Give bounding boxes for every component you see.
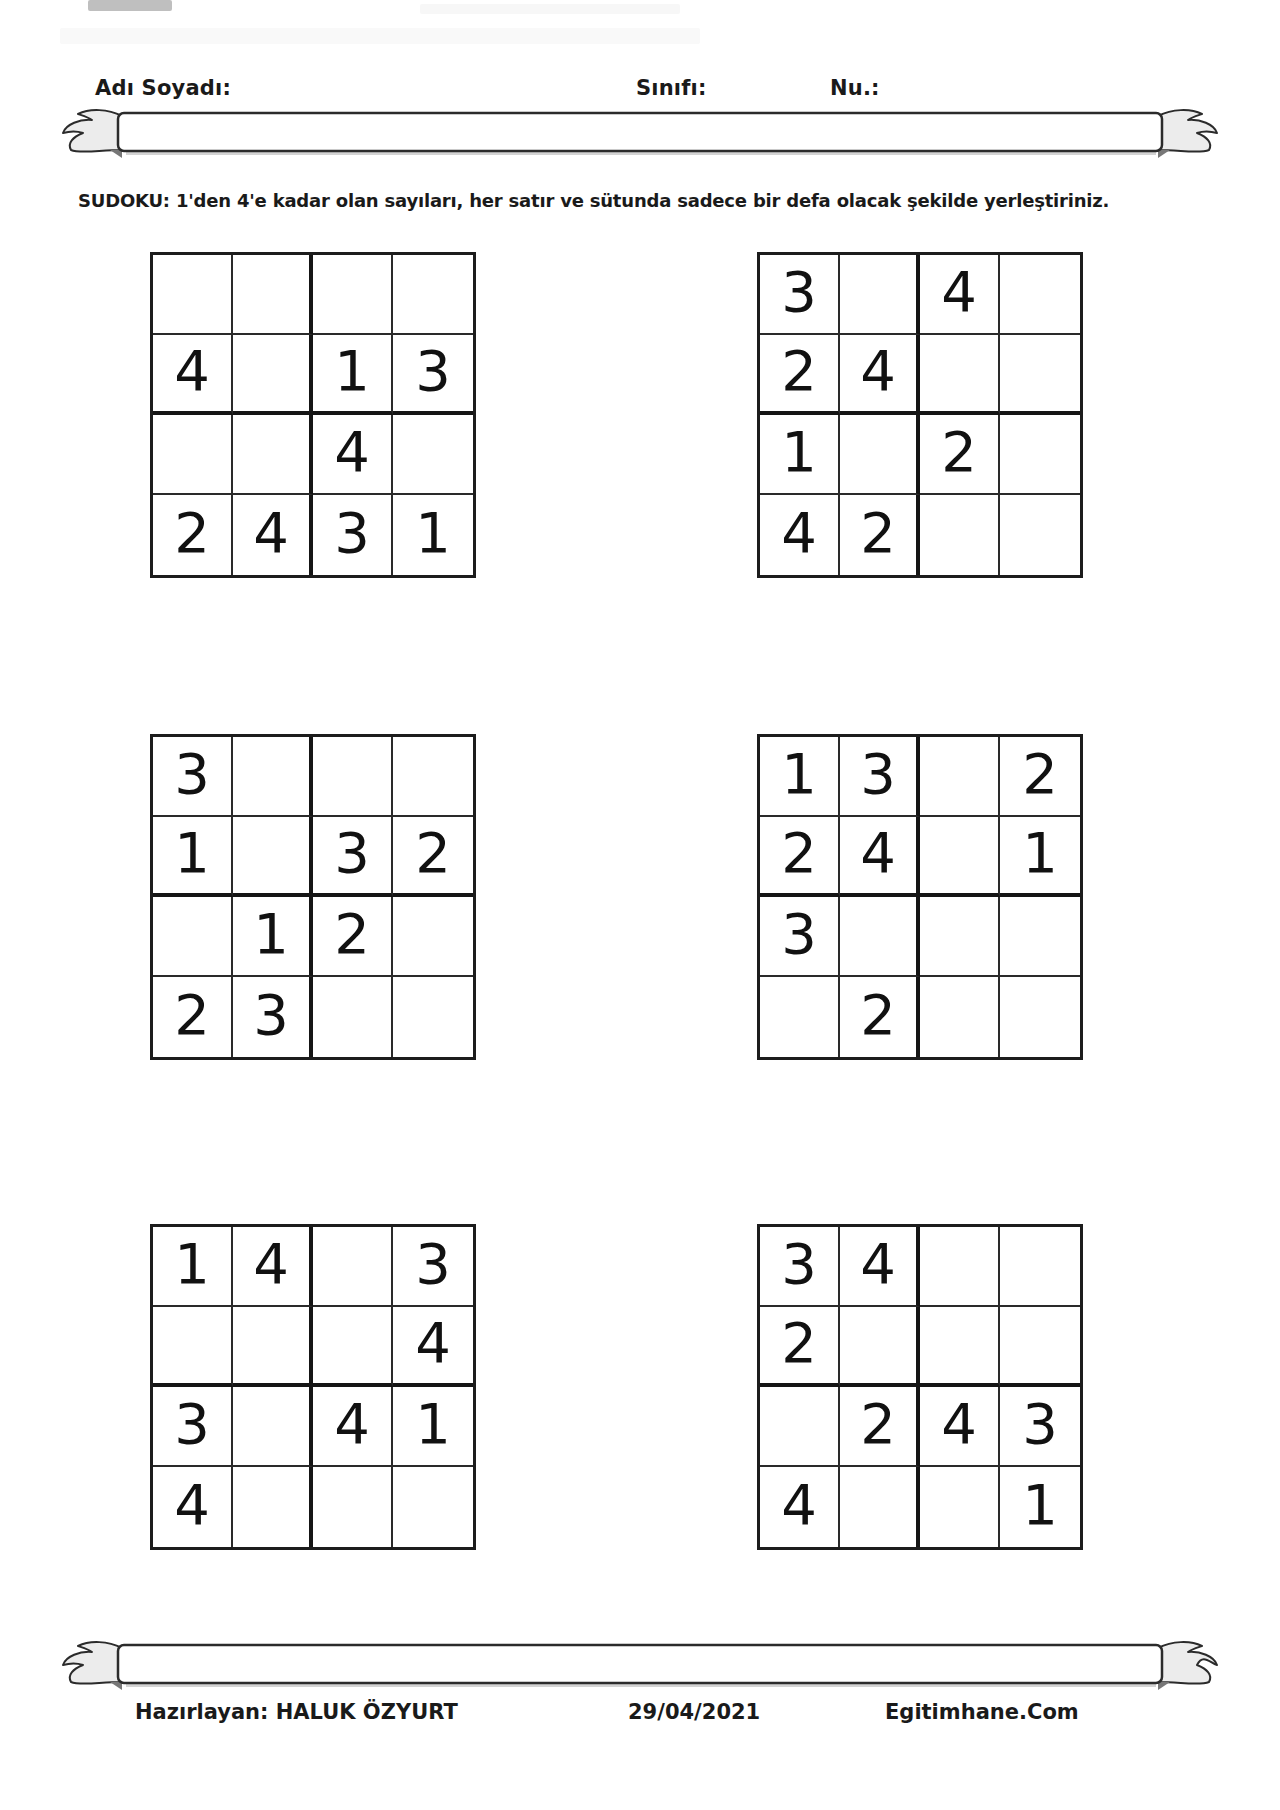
- puzzle-4-cell-r4c3-empty[interactable]: [920, 977, 1000, 1057]
- sudoku-grid-5: 14343414: [150, 1224, 476, 1550]
- scan-artifact: [420, 4, 680, 14]
- scan-artifact: [60, 28, 700, 44]
- ribbon-left-curl: [63, 1642, 122, 1690]
- puzzle-5-cell-r4c1-given: 4: [153, 1467, 233, 1547]
- puzzle-3-cell-r2c2-empty[interactable]: [233, 817, 313, 897]
- sudoku-grid-2: 34241242: [757, 252, 1083, 578]
- puzzle-5-cell-r3c3-given: 4: [313, 1387, 393, 1467]
- puzzle-2-cell-r2c4-empty[interactable]: [1000, 335, 1080, 415]
- puzzle-4-cell-r4c2-given: 2: [840, 977, 920, 1057]
- puzzle-1-cell-r3c1-empty[interactable]: [153, 415, 233, 495]
- number-label: Nu.:: [830, 76, 880, 100]
- sudoku-grid-6: 34224341: [757, 1224, 1083, 1550]
- puzzle-3-cell-r1c4-empty[interactable]: [393, 737, 473, 817]
- scan-artifact: [88, 0, 172, 11]
- puzzle-1-cell-r4c2-given: 4: [233, 495, 313, 575]
- puzzle-1-cell-r4c3-given: 3: [313, 495, 393, 575]
- sudoku-grid-1: 41342431: [150, 252, 476, 578]
- puzzle-6-cell-r1c2-given: 4: [840, 1227, 920, 1307]
- puzzle-2-cell-r1c2-empty[interactable]: [840, 255, 920, 335]
- puzzle-6-cell-r3c3-given: 4: [920, 1387, 1000, 1467]
- puzzle-4-cell-r3c3-empty[interactable]: [920, 897, 1000, 977]
- puzzle-6-cell-r1c1-given: 3: [760, 1227, 840, 1307]
- puzzle-1-cell-r3c2-empty[interactable]: [233, 415, 313, 495]
- puzzle-2-cell-r1c3-given: 4: [920, 255, 1000, 335]
- puzzle-6-cell-r4c4-given: 1: [1000, 1467, 1080, 1547]
- puzzle-3-cell-r1c3-empty[interactable]: [313, 737, 393, 817]
- puzzle-6-cell-r1c3-empty[interactable]: [920, 1227, 1000, 1307]
- puzzle-4-cell-r3c1-given: 3: [760, 897, 840, 977]
- puzzle-1-cell-r4c1-given: 2: [153, 495, 233, 575]
- puzzle-6-cell-r2c4-empty[interactable]: [1000, 1307, 1080, 1387]
- puzzle-5-cell-r4c3-empty[interactable]: [313, 1467, 393, 1547]
- puzzle-3-cell-r2c4-given: 2: [393, 817, 473, 897]
- puzzle-3-cell-r3c4-empty[interactable]: [393, 897, 473, 977]
- puzzle-5-cell-r1c4-given: 3: [393, 1227, 473, 1307]
- puzzle-5-cell-r4c4-empty[interactable]: [393, 1467, 473, 1547]
- puzzle-3-cell-r1c2-empty[interactable]: [233, 737, 313, 817]
- prepared-by-label: Hazırlayan: HALUK ÖZYURT: [135, 1700, 458, 1724]
- puzzle-5-cell-r1c2-given: 4: [233, 1227, 313, 1307]
- puzzle-3-cell-r2c1-given: 1: [153, 817, 233, 897]
- puzzle-2-cell-r3c1-given: 1: [760, 415, 840, 495]
- puzzle-2-cell-r3c2-empty[interactable]: [840, 415, 920, 495]
- puzzle-1-cell-r2c2-empty[interactable]: [233, 335, 313, 415]
- puzzle-5-cell-r1c1-given: 1: [153, 1227, 233, 1307]
- puzzle-6-cell-r2c3-empty[interactable]: [920, 1307, 1000, 1387]
- puzzle-1-cell-r2c3-given: 1: [313, 335, 393, 415]
- puzzle-5-cell-r3c1-given: 3: [153, 1387, 233, 1467]
- puzzle-1-cell-r1c3-empty[interactable]: [313, 255, 393, 335]
- puzzle-6-cell-r4c2-empty[interactable]: [840, 1467, 920, 1547]
- puzzle-4-cell-r1c1-given: 1: [760, 737, 840, 817]
- puzzle-4-cell-r2c1-given: 2: [760, 817, 840, 897]
- footer-site-label: Egitimhane.Com: [885, 1700, 1079, 1724]
- instruction-text: SUDOKU: 1'den 4'e kadar olan sayıları, h…: [78, 190, 1238, 211]
- puzzle-6-cell-r2c2-empty[interactable]: [840, 1307, 920, 1387]
- puzzle-6-cell-r1c4-empty[interactable]: [1000, 1227, 1080, 1307]
- puzzle-6-cell-r3c4-given: 3: [1000, 1387, 1080, 1467]
- puzzle-1-cell-r1c4-empty[interactable]: [393, 255, 473, 335]
- puzzle-3-cell-r4c4-empty[interactable]: [393, 977, 473, 1057]
- puzzle-4-cell-r1c4-given: 2: [1000, 737, 1080, 817]
- puzzle-3-cell-r4c1-given: 2: [153, 977, 233, 1057]
- class-label: Sınıfı:: [636, 76, 707, 100]
- puzzle-4-cell-r3c2-empty[interactable]: [840, 897, 920, 977]
- puzzle-4-cell-r2c3-empty[interactable]: [920, 817, 1000, 897]
- puzzle-5-cell-r2c2-empty[interactable]: [233, 1307, 313, 1387]
- ribbon-banner-top: [60, 104, 1220, 162]
- puzzle-5-cell-r1c3-empty[interactable]: [313, 1227, 393, 1307]
- puzzle-5-cell-r3c4-given: 1: [393, 1387, 473, 1467]
- puzzle-5-cell-r4c2-empty[interactable]: [233, 1467, 313, 1547]
- puzzle-1-cell-r2c1-given: 4: [153, 335, 233, 415]
- puzzle-5-cell-r2c4-given: 4: [393, 1307, 473, 1387]
- puzzle-1-cell-r3c4-empty[interactable]: [393, 415, 473, 495]
- name-label: Adı Soyadı:: [95, 76, 231, 100]
- puzzle-2-cell-r2c2-given: 4: [840, 335, 920, 415]
- puzzle-1-cell-r1c1-empty[interactable]: [153, 255, 233, 335]
- puzzle-5-cell-r2c1-empty[interactable]: [153, 1307, 233, 1387]
- puzzle-3-cell-r3c3-given: 2: [313, 897, 393, 977]
- puzzle-2-cell-r4c4-empty[interactable]: [1000, 495, 1080, 575]
- puzzle-2-cell-r4c1-given: 4: [760, 495, 840, 575]
- puzzle-2-cell-r3c4-empty[interactable]: [1000, 415, 1080, 495]
- puzzle-4-cell-r1c2-given: 3: [840, 737, 920, 817]
- ribbon-right-curl: [1158, 1642, 1217, 1690]
- puzzle-4-cell-r2c2-given: 4: [840, 817, 920, 897]
- puzzle-5-cell-r2c3-empty[interactable]: [313, 1307, 393, 1387]
- puzzle-1-cell-r1c2-empty[interactable]: [233, 255, 313, 335]
- puzzle-6-cell-r3c2-given: 2: [840, 1387, 920, 1467]
- ribbon-banner-bottom: [60, 1636, 1220, 1694]
- puzzle-4-cell-r1c3-empty[interactable]: [920, 737, 1000, 817]
- puzzle-2-cell-r2c1-given: 2: [760, 335, 840, 415]
- puzzle-4-cell-r3c4-empty[interactable]: [1000, 897, 1080, 977]
- puzzle-3-cell-r1c1-given: 3: [153, 737, 233, 817]
- puzzle-3-cell-r3c1-empty[interactable]: [153, 897, 233, 977]
- puzzle-4-cell-r2c4-given: 1: [1000, 817, 1080, 897]
- ribbon-left-curl: [63, 110, 122, 158]
- puzzle-3-cell-r2c3-given: 3: [313, 817, 393, 897]
- ribbon-right-curl: [1158, 110, 1217, 158]
- puzzle-2-cell-r4c3-empty[interactable]: [920, 495, 1000, 575]
- puzzle-4-cell-r4c1-empty[interactable]: [760, 977, 840, 1057]
- puzzle-2-cell-r1c1-given: 3: [760, 255, 840, 335]
- puzzle-3-cell-r4c2-given: 3: [233, 977, 313, 1057]
- puzzle-2-cell-r1c4-empty[interactable]: [1000, 255, 1080, 335]
- puzzle-4-cell-r4c4-empty[interactable]: [1000, 977, 1080, 1057]
- puzzle-3-cell-r4c3-empty[interactable]: [313, 977, 393, 1057]
- puzzle-6-cell-r4c1-given: 4: [760, 1467, 840, 1547]
- puzzle-2-cell-r2c3-empty[interactable]: [920, 335, 1000, 415]
- puzzle-3-cell-r3c2-given: 1: [233, 897, 313, 977]
- puzzle-5-cell-r3c2-empty[interactable]: [233, 1387, 313, 1467]
- puzzle-2-cell-r4c2-given: 2: [840, 495, 920, 575]
- puzzle-2-cell-r3c3-given: 2: [920, 415, 1000, 495]
- worksheet-page: { "game": "sudoku (4x4 mini-sudoku works…: [0, 0, 1280, 1810]
- puzzle-6-cell-r4c3-empty[interactable]: [920, 1467, 1000, 1547]
- puzzle-1-cell-r3c3-given: 4: [313, 415, 393, 495]
- footer-date: 29/04/2021: [628, 1700, 760, 1724]
- puzzle-6-cell-r2c1-given: 2: [760, 1307, 840, 1387]
- puzzle-1-cell-r2c4-given: 3: [393, 335, 473, 415]
- puzzle-1-cell-r4c4-given: 1: [393, 495, 473, 575]
- puzzle-6-cell-r3c1-empty[interactable]: [760, 1387, 840, 1467]
- sudoku-grid-4: 13224132: [757, 734, 1083, 1060]
- sudoku-grid-3: 31321223: [150, 734, 476, 1060]
